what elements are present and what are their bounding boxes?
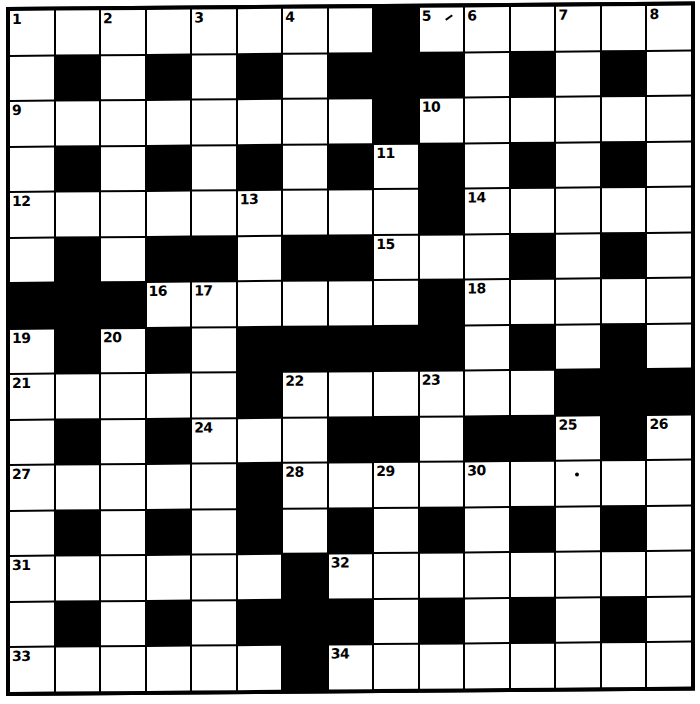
white-cell-r0-c7[interactable] [329, 8, 373, 52]
white-cell-r14-c14[interactable] [647, 643, 691, 687]
black-cell-r7-c9 [420, 326, 464, 370]
white-cell-r4-c8[interactable] [374, 190, 418, 234]
white-cell-r3-c12[interactable] [556, 143, 600, 187]
white-cell-r5-c9[interactable] [420, 235, 464, 279]
white-cell-r4-c0[interactable]: 12 [10, 193, 54, 237]
white-cell-r2-c1[interactable] [56, 101, 100, 145]
white-cell-r4-c12[interactable] [556, 188, 600, 232]
white-cell-r10-c14[interactable] [647, 461, 691, 505]
black-cell-r13-c5 [238, 601, 282, 645]
clue-number-7: 7 [558, 7, 567, 23]
white-cell-r2-c6[interactable] [283, 100, 327, 144]
white-cell-r14-c4[interactable] [192, 647, 236, 691]
white-cell-r2-c10[interactable] [465, 98, 509, 142]
white-cell-r0-c4[interactable]: 3 [192, 9, 236, 53]
black-cell-r11-c5 [238, 510, 282, 554]
white-cell-r4-c6[interactable] [283, 191, 327, 235]
clue-number-24: 24 [194, 419, 212, 435]
white-cell-r2-c9[interactable]: 10 [420, 98, 464, 142]
black-cell-r7-c3 [147, 328, 191, 372]
white-cell-r4-c7[interactable] [329, 190, 373, 234]
clue-number-19: 19 [12, 330, 30, 346]
black-cell-r12-c6 [283, 555, 327, 599]
clue-number-15: 15 [376, 236, 394, 252]
black-cell-r3-c3 [147, 146, 191, 190]
white-cell-r3-c2[interactable] [101, 147, 145, 191]
black-cell-r1-c5 [238, 54, 282, 98]
clue-number-28: 28 [285, 464, 303, 480]
white-cell-r10-c8[interactable]: 29 [374, 463, 418, 507]
black-cell-r11-c7 [329, 509, 373, 553]
white-cell-r5-c2[interactable] [101, 238, 145, 282]
white-cell-r5-c12[interactable] [556, 234, 600, 278]
clue-number-26: 26 [649, 416, 667, 432]
white-cell-r14-c1[interactable] [56, 648, 100, 692]
white-cell-r10-c12[interactable] [556, 462, 600, 506]
black-cell-r1-c7 [329, 54, 373, 98]
white-cell-r8-c11[interactable] [511, 371, 555, 415]
white-cell-r6-c3[interactable]: 16 [147, 283, 191, 327]
clue-number-1: 1 [12, 11, 21, 27]
white-cell-r8-c1[interactable] [56, 375, 100, 419]
white-cell-r14-c5[interactable] [238, 646, 282, 690]
white-cell-r5-c14[interactable] [647, 233, 691, 277]
white-cell-r7-c4[interactable] [192, 328, 236, 372]
white-cell-r10-c1[interactable] [56, 466, 100, 510]
white-cell-r11-c2[interactable] [101, 511, 145, 555]
white-cell-r4-c4[interactable] [192, 191, 236, 235]
clue-number-6: 6 [467, 7, 476, 23]
white-cell-r6-c7[interactable] [329, 281, 373, 325]
white-cell-r2-c13[interactable] [602, 97, 646, 141]
white-cell-r12-c5[interactable] [238, 555, 282, 599]
clue-number-29: 29 [376, 463, 394, 479]
white-cell-r13-c14[interactable] [647, 598, 691, 642]
white-cell-r12-c10[interactable] [465, 553, 509, 597]
black-cell-r11-c11 [511, 508, 555, 552]
white-cell-r2-c0[interactable]: 9 [10, 102, 54, 146]
white-cell-r10-c4[interactable] [192, 465, 236, 509]
white-cell-r4-c2[interactable] [101, 192, 145, 236]
white-cell-r14-c8[interactable] [374, 645, 418, 689]
black-cell-r7-c1 [56, 329, 100, 373]
white-cell-r14-c0[interactable]: 33 [10, 648, 54, 692]
white-cell-r7-c0[interactable]: 19 [10, 329, 54, 373]
black-cell-r3-c5 [238, 145, 282, 189]
white-cell-r12-c8[interactable] [374, 554, 418, 598]
white-cell-r9-c2[interactable] [101, 420, 145, 464]
white-cell-r5-c0[interactable] [10, 238, 54, 282]
clue-number-20: 20 [103, 329, 121, 345]
white-cell-r0-c5[interactable] [238, 9, 282, 53]
white-cell-r9-c0[interactable] [10, 420, 54, 464]
black-cell-r9-c3 [147, 419, 191, 463]
white-cell-r7-c14[interactable] [647, 324, 691, 368]
white-cell-r14-c2[interactable] [101, 647, 145, 691]
white-cell-r7-c12[interactable] [556, 325, 600, 369]
white-cell-r4-c1[interactable] [56, 192, 100, 236]
black-cell-r8-c5 [238, 373, 282, 417]
white-cell-r11-c14[interactable] [647, 506, 691, 550]
white-cell-r11-c6[interactable] [283, 509, 327, 553]
white-cell-r10-c3[interactable] [147, 465, 191, 509]
black-cell-r11-c13 [602, 507, 646, 551]
white-cell-r8-c3[interactable] [147, 374, 191, 418]
black-cell-r9-c13 [602, 416, 646, 460]
white-cell-r3-c0[interactable] [10, 147, 54, 191]
white-cell-r9-c9[interactable] [420, 417, 464, 461]
white-cell-r11-c8[interactable] [374, 509, 418, 553]
white-cell-r0-c14[interactable]: 8 [647, 6, 691, 50]
white-cell-r14-c11[interactable] [511, 644, 555, 688]
white-cell-r6-c12[interactable] [556, 280, 600, 324]
black-cell-r9-c10 [465, 417, 509, 461]
black-cell-r9-c1 [56, 420, 100, 464]
white-cell-r8-c8[interactable] [374, 372, 418, 416]
clue-number-27: 27 [12, 466, 30, 482]
black-cell-r7-c11 [511, 325, 555, 369]
white-cell-r7-c10[interactable] [465, 326, 509, 370]
black-cell-r4-c9 [420, 190, 464, 234]
black-cell-r6-c0 [10, 284, 54, 328]
black-cell-r7-c8 [374, 326, 418, 370]
white-cell-r0-c3[interactable] [147, 10, 191, 54]
black-cell-r9-c8 [374, 418, 418, 462]
white-cell-r2-c11[interactable] [511, 98, 555, 142]
white-cell-r8-c10[interactable] [465, 371, 509, 415]
white-cell-r3-c4[interactable] [192, 146, 236, 190]
white-cell-r13-c12[interactable] [556, 598, 600, 642]
white-cell-r13-c4[interactable] [192, 601, 236, 645]
clue-number-8: 8 [649, 6, 658, 22]
white-cell-r11-c4[interactable] [192, 510, 236, 554]
white-cell-r12-c13[interactable] [602, 552, 646, 596]
black-cell-r7-c7 [329, 327, 373, 371]
white-cell-r4-c11[interactable] [511, 189, 555, 233]
clue-number-10: 10 [422, 99, 440, 115]
white-cell-r6-c5[interactable] [238, 282, 282, 326]
white-cell-r0-c11[interactable] [511, 7, 555, 51]
white-cell-r13-c0[interactable] [10, 603, 54, 647]
white-cell-r12-c2[interactable] [101, 556, 145, 600]
white-cell-r10-c13[interactable] [602, 461, 646, 505]
white-cell-r3-c10[interactable] [465, 144, 509, 188]
black-cell-r7-c6 [283, 327, 327, 371]
white-cell-r4-c10[interactable]: 14 [465, 189, 509, 233]
white-cell-r10-c11[interactable] [511, 462, 555, 506]
white-cell-r12-c9[interactable] [420, 554, 464, 598]
white-cell-r4-c13[interactable] [602, 188, 646, 232]
black-cell-r13-c1 [56, 602, 100, 646]
white-cell-r6-c6[interactable] [283, 282, 327, 326]
white-cell-r8-c9[interactable]: 23 [420, 372, 464, 416]
white-cell-r3-c8[interactable]: 11 [374, 144, 418, 188]
white-cell-r10-c7[interactable] [329, 463, 373, 507]
black-cell-r1-c1 [56, 56, 100, 100]
black-cell-r5-c11 [511, 234, 555, 278]
white-cell-r14-c13[interactable] [602, 643, 646, 687]
black-cell-r0-c8 [374, 8, 418, 52]
clue-number-12: 12 [12, 193, 30, 209]
white-cell-r0-c12[interactable]: 7 [556, 6, 600, 50]
scan-artifact-dot [575, 473, 579, 477]
white-cell-r8-c4[interactable] [192, 373, 236, 417]
white-cell-r0-c0[interactable]: 1 [10, 11, 54, 55]
white-cell-r6-c13[interactable] [602, 279, 646, 323]
black-cell-r14-c6 [283, 646, 327, 690]
white-cell-r14-c7[interactable]: 34 [329, 646, 373, 690]
white-cell-r0-c9[interactable]: 5 [420, 7, 464, 51]
white-cell-r10-c6[interactable]: 28 [283, 464, 327, 508]
white-cell-r1-c10[interactable] [465, 53, 509, 97]
white-cell-r2-c5[interactable] [238, 100, 282, 144]
white-cell-r12-c0[interactable]: 31 [10, 557, 54, 601]
white-cell-r10-c0[interactable]: 27 [10, 466, 54, 510]
white-cell-r0-c2[interactable]: 2 [101, 10, 145, 54]
white-cell-r10-c10[interactable]: 30 [465, 462, 509, 506]
black-cell-r8-c13 [602, 370, 646, 414]
white-cell-r6-c4[interactable]: 17 [192, 282, 236, 326]
white-cell-r1-c14[interactable] [647, 51, 691, 95]
black-cell-r13-c6 [283, 600, 327, 644]
black-cell-r13-c11 [511, 599, 555, 643]
white-cell-r6-c10[interactable]: 18 [465, 280, 509, 324]
clue-number-16: 16 [149, 283, 167, 299]
scan-artifact-tick [445, 14, 453, 20]
black-cell-r13-c9 [420, 599, 464, 643]
clue-number-32: 32 [331, 555, 349, 571]
white-cell-r2-c14[interactable] [647, 97, 691, 141]
black-cell-r10-c5 [238, 464, 282, 508]
clue-number-2: 2 [103, 10, 112, 26]
black-cell-r5-c13 [602, 234, 646, 278]
black-cell-r6-c9 [420, 281, 464, 325]
black-cell-r13-c13 [602, 598, 646, 642]
white-cell-r2-c2[interactable] [101, 101, 145, 145]
white-cell-r8-c6[interactable]: 22 [283, 373, 327, 417]
white-cell-r12-c11[interactable] [511, 553, 555, 597]
white-cell-r14-c10[interactable] [465, 645, 509, 689]
white-cell-r14-c12[interactable] [556, 644, 600, 688]
white-cell-r1-c12[interactable] [556, 52, 600, 96]
clue-number-18: 18 [467, 280, 485, 296]
black-cell-r1-c9 [420, 53, 464, 97]
black-cell-r3-c7 [329, 145, 373, 189]
clue-number-4: 4 [285, 9, 294, 25]
white-cell-r6-c11[interactable] [511, 280, 555, 324]
white-cell-r0-c1[interactable] [56, 10, 100, 54]
white-cell-r12-c3[interactable] [147, 556, 191, 600]
white-cell-r8-c7[interactable] [329, 372, 373, 416]
white-cell-r12-c7[interactable]: 32 [329, 555, 373, 599]
clue-number-25: 25 [558, 416, 576, 432]
white-cell-r1-c4[interactable] [192, 55, 236, 99]
white-cell-r4-c5[interactable]: 13 [238, 191, 282, 235]
black-cell-r1-c3 [147, 55, 191, 99]
white-cell-r5-c5[interactable] [238, 236, 282, 280]
white-cell-r11-c0[interactable] [10, 511, 54, 555]
clue-number-23: 23 [422, 372, 440, 388]
black-cell-r13-c3 [147, 601, 191, 645]
black-cell-r8-c14 [647, 370, 691, 414]
white-cell-r9-c5[interactable] [238, 419, 282, 463]
white-cell-r11-c10[interactable] [465, 508, 509, 552]
white-cell-r1-c0[interactable] [10, 56, 54, 100]
black-cell-r7-c5 [238, 328, 282, 372]
white-cell-r9-c4[interactable]: 24 [192, 419, 236, 463]
white-cell-r8-c2[interactable] [101, 374, 145, 418]
white-cell-r10-c2[interactable] [101, 465, 145, 509]
white-cell-r14-c3[interactable] [147, 647, 191, 691]
clue-number-3: 3 [194, 9, 203, 25]
clue-number-9: 9 [12, 102, 21, 118]
white-cell-r0-c10[interactable]: 6 [465, 7, 509, 51]
clue-number-31: 31 [12, 557, 30, 573]
black-cell-r5-c6 [283, 236, 327, 280]
black-cell-r8-c12 [556, 371, 600, 415]
white-cell-r12-c12[interactable] [556, 553, 600, 597]
black-cell-r9-c11 [511, 416, 555, 460]
clue-number-13: 13 [240, 191, 258, 207]
clue-number-33: 33 [12, 648, 30, 664]
white-cell-r2-c12[interactable] [556, 97, 600, 141]
black-cell-r6-c2 [101, 283, 145, 327]
black-cell-r11-c3 [147, 510, 191, 554]
black-cell-r7-c13 [602, 325, 646, 369]
black-cell-r2-c8 [374, 99, 418, 143]
white-cell-r12-c1[interactable] [56, 557, 100, 601]
white-cell-r14-c9[interactable] [420, 645, 464, 689]
clue-number-34: 34 [331, 646, 349, 662]
white-cell-r8-c0[interactable]: 21 [10, 375, 54, 419]
black-cell-r13-c7 [329, 600, 373, 644]
black-cell-r3-c9 [420, 144, 464, 188]
black-cell-r1-c11 [511, 52, 555, 96]
white-cell-r9-c14[interactable]: 26 [647, 415, 691, 459]
clue-number-14: 14 [467, 189, 485, 205]
white-cell-r5-c10[interactable] [465, 235, 509, 279]
white-cell-r5-c8[interactable]: 15 [374, 235, 418, 279]
white-cell-r4-c14[interactable] [647, 188, 691, 232]
white-cell-r3-c6[interactable] [283, 145, 327, 189]
white-cell-r13-c2[interactable] [101, 602, 145, 646]
white-cell-r2-c3[interactable] [147, 101, 191, 145]
clue-number-21: 21 [12, 375, 30, 391]
black-cell-r9-c7 [329, 418, 373, 462]
white-cell-r1-c2[interactable] [101, 55, 145, 99]
white-cell-r6-c14[interactable] [647, 279, 691, 323]
white-cell-r7-c2[interactable]: 20 [101, 329, 145, 373]
white-cell-r13-c8[interactable] [374, 600, 418, 644]
black-cell-r3-c13 [602, 143, 646, 187]
black-cell-r11-c1 [56, 511, 100, 555]
crossword-board: 1234567891011121314151617181920212223242… [6, 2, 695, 696]
black-cell-r11-c9 [420, 508, 464, 552]
white-cell-r2-c4[interactable] [192, 100, 236, 144]
black-cell-r5-c3 [147, 237, 191, 281]
white-cell-r0-c6[interactable]: 4 [283, 8, 327, 52]
white-cell-r3-c14[interactable] [647, 142, 691, 186]
black-cell-r3-c11 [511, 143, 555, 187]
white-cell-r10-c9[interactable] [420, 463, 464, 507]
black-cell-r5-c4 [192, 237, 236, 281]
clue-number-11: 11 [376, 145, 394, 161]
black-cell-r5-c1 [56, 238, 100, 282]
clue-number-22: 22 [285, 373, 303, 389]
clue-number-30: 30 [467, 463, 485, 479]
white-cell-r11-c12[interactable] [556, 507, 600, 551]
black-cell-r1-c13 [602, 52, 646, 96]
black-cell-r5-c7 [329, 236, 373, 280]
white-cell-r9-c6[interactable] [283, 418, 327, 462]
white-cell-r4-c3[interactable] [147, 192, 191, 236]
white-cell-r0-c13[interactable] [602, 6, 646, 50]
clue-number-5: 5 [422, 8, 431, 24]
black-cell-r3-c1 [56, 147, 100, 191]
black-cell-r6-c1 [56, 283, 100, 327]
clue-number-17: 17 [194, 283, 212, 299]
crossword-page: 1234567891011121314151617181920212223242… [0, 0, 700, 704]
black-cell-r1-c8 [374, 53, 418, 97]
white-cell-r12-c14[interactable] [647, 552, 691, 596]
white-cell-r9-c12[interactable]: 25 [556, 416, 600, 460]
white-cell-r2-c7[interactable] [329, 99, 373, 143]
white-cell-r6-c8[interactable] [374, 281, 418, 325]
white-cell-r13-c10[interactable] [465, 599, 509, 643]
white-cell-r1-c6[interactable] [283, 54, 327, 98]
white-cell-r12-c4[interactable] [192, 556, 236, 600]
